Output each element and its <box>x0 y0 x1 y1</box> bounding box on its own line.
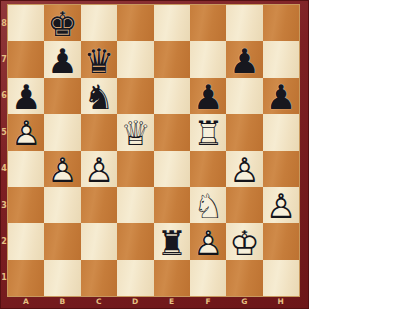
black-knight[interactable]: ♞︎ <box>81 78 117 114</box>
white-pawn[interactable]: ♟︎♙︎ <box>81 151 117 187</box>
rank-label-4: 4 <box>0 151 8 187</box>
square-c2[interactable] <box>81 223 117 259</box>
square-a8[interactable] <box>8 5 44 41</box>
square-e6[interactable] <box>154 78 190 114</box>
file-label-e: E <box>154 296 190 307</box>
file-label-d: D <box>117 296 153 307</box>
square-h4[interactable] <box>263 151 299 187</box>
square-g8[interactable] <box>226 5 262 41</box>
square-f7[interactable] <box>190 41 226 77</box>
square-d5[interactable]: ♛︎♕︎ <box>117 114 153 150</box>
file-label-c: C <box>81 296 117 307</box>
black-pawn[interactable]: ♟︎ <box>190 78 226 114</box>
square-f6[interactable]: ♟︎ <box>190 78 226 114</box>
file-label-f: F <box>190 296 226 307</box>
black-pawn[interactable]: ♟︎ <box>44 41 80 77</box>
white-pawn[interactable]: ♟︎♙︎ <box>44 151 80 187</box>
square-f8[interactable] <box>190 5 226 41</box>
square-a6[interactable]: ♟︎ <box>8 78 44 114</box>
square-g4[interactable]: ♟︎♙︎ <box>226 151 262 187</box>
black-pawn[interactable]: ♟︎ <box>8 78 44 114</box>
square-h8[interactable] <box>263 5 299 41</box>
file-label-b: B <box>44 296 80 307</box>
square-h6[interactable]: ♟︎ <box>263 78 299 114</box>
white-pawn[interactable]: ♟︎♙︎ <box>8 114 44 150</box>
square-f4[interactable] <box>190 151 226 187</box>
square-b6[interactable] <box>44 78 80 114</box>
square-f1[interactable] <box>190 260 226 296</box>
square-h3[interactable]: ♟︎♙︎ <box>263 187 299 223</box>
white-queen[interactable]: ♛︎♕︎ <box>117 114 153 150</box>
white-knight[interactable]: ♞︎♘︎ <box>190 187 226 223</box>
square-g5[interactable] <box>226 114 262 150</box>
square-a1[interactable] <box>8 260 44 296</box>
square-c4[interactable]: ♟︎♙︎ <box>81 151 117 187</box>
board-grid: ♚︎♟︎♛︎♟︎♟︎♞︎♟︎♟︎♟︎♙︎♛︎♕︎♜︎♖︎♟︎♙︎♟︎♙︎♟︎♙︎… <box>8 5 299 296</box>
square-f2[interactable]: ♟︎♙︎ <box>190 223 226 259</box>
file-label-a: A <box>8 296 44 307</box>
page: ♚︎♟︎♛︎♟︎♟︎♞︎♟︎♟︎♟︎♙︎♛︎♕︎♜︎♖︎♟︎♙︎♟︎♙︎♟︎♙︎… <box>0 0 414 311</box>
black-pawn[interactable]: ♟︎ <box>226 41 262 77</box>
square-d3[interactable] <box>117 187 153 223</box>
rank-label-2: 2 <box>0 223 8 259</box>
rank-label-8: 8 <box>0 5 8 41</box>
square-d6[interactable] <box>117 78 153 114</box>
square-e4[interactable] <box>154 151 190 187</box>
white-pawn[interactable]: ♟︎♙︎ <box>263 187 299 223</box>
square-c6[interactable]: ♞︎ <box>81 78 117 114</box>
square-a2[interactable] <box>8 223 44 259</box>
square-e5[interactable] <box>154 114 190 150</box>
black-king[interactable]: ♚︎ <box>44 5 80 41</box>
square-c1[interactable] <box>81 260 117 296</box>
file-label-g: G <box>226 296 262 307</box>
square-h1[interactable] <box>263 260 299 296</box>
rank-label-7: 7 <box>0 41 8 77</box>
square-d4[interactable] <box>117 151 153 187</box>
square-b1[interactable] <box>44 260 80 296</box>
black-rook[interactable]: ♜︎ <box>154 223 190 259</box>
square-d7[interactable] <box>117 41 153 77</box>
rank-label-3: 3 <box>0 187 8 223</box>
square-c3[interactable] <box>81 187 117 223</box>
square-g1[interactable] <box>226 260 262 296</box>
square-e7[interactable] <box>154 41 190 77</box>
rank-label-6: 6 <box>0 78 8 114</box>
white-king[interactable]: ♚︎♔︎ <box>226 223 262 259</box>
square-c5[interactable] <box>81 114 117 150</box>
square-a5[interactable]: ♟︎♙︎ <box>8 114 44 150</box>
square-h5[interactable] <box>263 114 299 150</box>
square-h7[interactable] <box>263 41 299 77</box>
square-d8[interactable] <box>117 5 153 41</box>
square-g6[interactable] <box>226 78 262 114</box>
square-e1[interactable] <box>154 260 190 296</box>
square-f5[interactable]: ♜︎♖︎ <box>190 114 226 150</box>
square-h2[interactable] <box>263 223 299 259</box>
black-pawn[interactable]: ♟︎ <box>263 78 299 114</box>
square-g7[interactable]: ♟︎ <box>226 41 262 77</box>
square-c8[interactable] <box>81 5 117 41</box>
white-pawn[interactable]: ♟︎♙︎ <box>226 151 262 187</box>
square-e3[interactable] <box>154 187 190 223</box>
square-b4[interactable]: ♟︎♙︎ <box>44 151 80 187</box>
square-b7[interactable]: ♟︎ <box>44 41 80 77</box>
square-b2[interactable] <box>44 223 80 259</box>
square-d1[interactable] <box>117 260 153 296</box>
square-g2[interactable]: ♚︎♔︎ <box>226 223 262 259</box>
white-rook[interactable]: ♜︎♖︎ <box>190 114 226 150</box>
square-a4[interactable] <box>8 151 44 187</box>
square-e8[interactable] <box>154 5 190 41</box>
square-c7[interactable]: ♛︎ <box>81 41 117 77</box>
square-a3[interactable] <box>8 187 44 223</box>
black-queen[interactable]: ♛︎ <box>81 41 117 77</box>
chess-board: ♚︎♟︎♛︎♟︎♟︎♞︎♟︎♟︎♟︎♙︎♛︎♕︎♜︎♖︎♟︎♙︎♟︎♙︎♟︎♙︎… <box>0 0 309 309</box>
square-b8[interactable]: ♚︎ <box>44 5 80 41</box>
rank-label-5: 5 <box>0 114 8 150</box>
square-a7[interactable] <box>8 41 44 77</box>
square-b3[interactable] <box>44 187 80 223</box>
square-g3[interactable] <box>226 187 262 223</box>
square-f3[interactable]: ♞︎♘︎ <box>190 187 226 223</box>
square-d2[interactable] <box>117 223 153 259</box>
square-e2[interactable]: ♜︎ <box>154 223 190 259</box>
square-b5[interactable] <box>44 114 80 150</box>
file-label-h: H <box>263 296 299 307</box>
white-pawn[interactable]: ♟︎♙︎ <box>190 223 226 259</box>
rank-label-1: 1 <box>0 260 8 296</box>
